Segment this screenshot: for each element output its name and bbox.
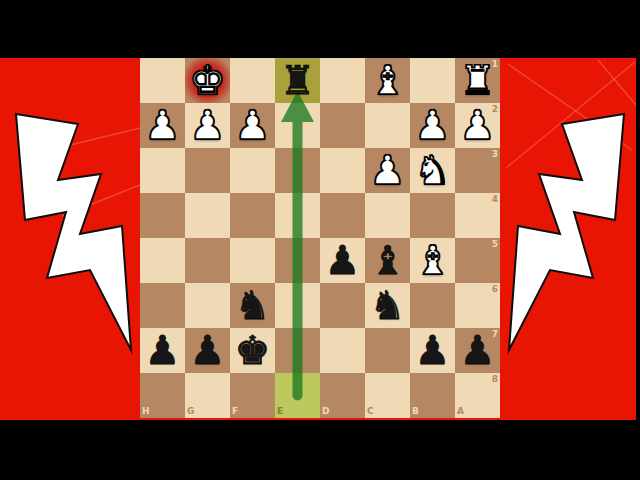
bottom-letterbox-bar xyxy=(0,420,640,480)
square-d2[interactable] xyxy=(320,103,365,148)
square-h6[interactable] xyxy=(140,283,185,328)
piece-white-knight[interactable]: ♞ xyxy=(410,148,455,193)
piece-black-pawn[interactable]: ♟ xyxy=(185,328,230,373)
square-a6[interactable]: 6 xyxy=(455,283,500,328)
square-g3[interactable] xyxy=(185,148,230,193)
square-d4[interactable] xyxy=(320,193,365,238)
square-d8[interactable]: D xyxy=(320,373,365,418)
square-c8[interactable]: C xyxy=(365,373,410,418)
square-a5[interactable]: 5 xyxy=(455,238,500,283)
square-d6[interactable] xyxy=(320,283,365,328)
square-b8[interactable]: B xyxy=(410,373,455,418)
piece-white-pawn[interactable]: ♟ xyxy=(455,103,500,148)
piece-white-pawn[interactable]: ♟ xyxy=(410,103,455,148)
square-e4[interactable] xyxy=(275,193,320,238)
piece-black-rook[interactable]: ♜ xyxy=(275,58,320,103)
piece-white-king[interactable]: ♚ xyxy=(185,58,230,103)
square-h5[interactable] xyxy=(140,238,185,283)
piece-black-pawn[interactable]: ♟ xyxy=(140,328,185,373)
file-label-a: A xyxy=(457,407,464,416)
piece-black-bishop[interactable]: ♝ xyxy=(365,238,410,283)
left-decor-panel xyxy=(0,58,140,420)
square-b6[interactable] xyxy=(410,283,455,328)
square-e3[interactable] xyxy=(275,148,320,193)
piece-black-pawn[interactable]: ♟ xyxy=(320,238,365,283)
left-lightning-bolt-icon xyxy=(0,58,140,420)
piece-black-king[interactable]: ♚ xyxy=(230,328,275,373)
square-b4[interactable] xyxy=(410,193,455,238)
rank-label-4: 4 xyxy=(492,195,498,204)
square-e8[interactable]: E xyxy=(275,373,320,418)
right-decor-panel xyxy=(500,58,640,420)
piece-black-knight[interactable]: ♞ xyxy=(230,283,275,328)
square-b1[interactable] xyxy=(410,58,455,103)
rank-label-5: 5 xyxy=(492,240,498,249)
square-e6[interactable] xyxy=(275,283,320,328)
square-h1[interactable] xyxy=(140,58,185,103)
square-h4[interactable] xyxy=(140,193,185,238)
square-d1[interactable] xyxy=(320,58,365,103)
square-c7[interactable] xyxy=(365,328,410,373)
right-lightning-bolt-icon xyxy=(500,58,640,420)
square-f1[interactable] xyxy=(230,58,275,103)
file-label-f: F xyxy=(232,407,238,416)
file-label-c: C xyxy=(367,407,374,416)
square-g6[interactable] xyxy=(185,283,230,328)
square-h3[interactable] xyxy=(140,148,185,193)
piece-black-knight[interactable]: ♞ xyxy=(365,283,410,328)
square-c2[interactable] xyxy=(365,103,410,148)
piece-black-pawn[interactable]: ♟ xyxy=(455,328,500,373)
square-e7[interactable] xyxy=(275,328,320,373)
square-h8[interactable]: H xyxy=(140,373,185,418)
square-e2[interactable] xyxy=(275,103,320,148)
square-a3[interactable]: 3 xyxy=(455,148,500,193)
top-letterbox-bar xyxy=(0,0,640,58)
piece-white-bishop[interactable]: ♝ xyxy=(365,58,410,103)
square-f5[interactable] xyxy=(230,238,275,283)
rank-label-8: 8 xyxy=(492,375,498,384)
square-c4[interactable] xyxy=(365,193,410,238)
square-e5[interactable] xyxy=(275,238,320,283)
piece-white-rook[interactable]: ♜ xyxy=(455,58,500,103)
red-background-band: 1234567HGFEDCBA8 ♜♝♜♚♟♟♟♟♟♞♟♝♝♟♞♞♟♟♚♟♟ xyxy=(0,58,640,420)
scene: { "game": "chess", "scene": { "descripti… xyxy=(0,0,640,480)
square-g5[interactable] xyxy=(185,238,230,283)
piece-white-pawn[interactable]: ♟ xyxy=(185,103,230,148)
file-label-b: B xyxy=(412,407,419,416)
right-edge-strip xyxy=(636,58,640,420)
square-a4[interactable]: 4 xyxy=(455,193,500,238)
square-d7[interactable] xyxy=(320,328,365,373)
file-label-d: D xyxy=(322,407,329,416)
square-f4[interactable] xyxy=(230,193,275,238)
rank-label-6: 6 xyxy=(492,285,498,294)
file-label-e: E xyxy=(277,407,283,416)
piece-white-bishop[interactable]: ♝ xyxy=(410,238,455,283)
piece-white-pawn[interactable]: ♟ xyxy=(365,148,410,193)
square-g4[interactable] xyxy=(185,193,230,238)
chess-board: 1234567HGFEDCBA8 ♜♝♜♚♟♟♟♟♟♞♟♝♝♟♞♞♟♟♚♟♟ xyxy=(140,58,500,418)
piece-white-pawn[interactable]: ♟ xyxy=(230,103,275,148)
piece-white-pawn[interactable]: ♟ xyxy=(140,103,185,148)
file-label-h: H xyxy=(142,407,150,416)
square-g8[interactable]: G xyxy=(185,373,230,418)
square-f8[interactable]: F xyxy=(230,373,275,418)
square-f3[interactable] xyxy=(230,148,275,193)
square-d3[interactable] xyxy=(320,148,365,193)
file-label-g: G xyxy=(187,407,194,416)
rank-label-3: 3 xyxy=(492,150,498,159)
square-a8[interactable]: A8 xyxy=(455,373,500,418)
piece-black-pawn[interactable]: ♟ xyxy=(410,328,455,373)
